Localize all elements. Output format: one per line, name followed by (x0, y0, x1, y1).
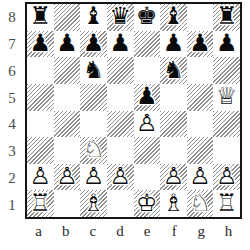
white-bishop-f1: ♝♗ (160, 190, 187, 217)
square-b8 (54, 4, 81, 31)
chess-board: ♜♜♝♝♛♛♚♚♝♝♜♜♟♟♟♟♟♟♟♟♟♟♟♟♟♟♞♞♞♞♟♟♛♕♟♙♞♘♟♙… (25, 2, 242, 219)
square-e2 (134, 164, 161, 191)
square-d4 (107, 111, 134, 138)
black-rook-glyph: ♜ (30, 4, 52, 28)
file-label-f: f (161, 221, 188, 241)
square-h6 (213, 57, 240, 84)
white-queen-glyph: ♕ (216, 84, 238, 108)
white-pawn-glyph: ♙ (163, 164, 185, 188)
white-rook-glyph: ♖ (30, 191, 52, 215)
square-b3 (54, 137, 81, 164)
rank-label-4: 4 (0, 112, 24, 139)
square-d3 (107, 137, 134, 164)
file-label-c: c (79, 221, 106, 241)
square-h4 (213, 111, 240, 138)
black-knight-f6: ♞♞ (160, 57, 187, 84)
white-pawn-d2: ♟♙ (107, 164, 134, 191)
white-pawn-glyph: ♙ (216, 164, 238, 188)
white-pawn-glyph: ♙ (83, 164, 105, 188)
square-a5 (27, 84, 54, 111)
black-knight-glyph: ♞ (163, 58, 185, 82)
black-pawn-h7: ♟♟ (213, 31, 240, 58)
square-h2: ♟♙ (213, 164, 240, 191)
black-rook-h8: ♜♜ (213, 4, 240, 31)
file-label-h: h (215, 221, 242, 241)
white-pawn-f2: ♟♙ (160, 164, 187, 191)
white-pawn-glyph: ♙ (56, 164, 78, 188)
white-bishop-glyph: ♗ (83, 191, 105, 215)
square-h1: ♜♖ (213, 190, 240, 217)
square-e4: ♟♙ (134, 111, 161, 138)
square-c3: ♞♘ (80, 137, 107, 164)
white-pawn-e4: ♟♙ (134, 111, 161, 138)
white-king-e1: ♚♔ (134, 190, 161, 217)
square-c5 (80, 84, 107, 111)
white-pawn-h2: ♟♙ (213, 164, 240, 191)
chess-diagram: 87654321 ♜♜♝♝♛♛♚♚♝♝♜♜♟♟♟♟♟♟♟♟♟♟♟♟♟♟♞♞♞♞♟… (0, 0, 250, 250)
black-queen-d8: ♛♛ (107, 4, 134, 31)
square-b6 (54, 57, 81, 84)
black-bishop-glyph: ♝ (83, 4, 105, 28)
square-g7: ♟♟ (187, 31, 214, 58)
white-pawn-glyph: ♙ (109, 164, 131, 188)
rank-labels: 87654321 (0, 4, 24, 219)
white-pawn-g2: ♟♙ (187, 164, 214, 191)
square-e1: ♚♔ (134, 190, 161, 217)
white-knight-g1: ♞♘ (187, 190, 214, 217)
square-c7: ♟♟ (80, 31, 107, 58)
black-pawn-b7: ♟♟ (54, 31, 81, 58)
square-b5 (54, 84, 81, 111)
black-pawn-g7: ♟♟ (187, 31, 214, 58)
file-label-a: a (25, 221, 52, 241)
square-b7: ♟♟ (54, 31, 81, 58)
square-g6 (187, 57, 214, 84)
square-b2: ♟♙ (54, 164, 81, 191)
black-pawn-a7: ♟♟ (27, 31, 54, 58)
square-e7 (134, 31, 161, 58)
square-a1: ♜♖ (27, 190, 54, 217)
square-a3 (27, 137, 54, 164)
square-h5: ♛♕ (213, 84, 240, 111)
black-pawn-f7: ♟♟ (160, 31, 187, 58)
square-d7: ♟♟ (107, 31, 134, 58)
square-c4 (80, 111, 107, 138)
rank-label-5: 5 (0, 85, 24, 112)
square-f3 (160, 137, 187, 164)
square-b4 (54, 111, 81, 138)
black-knight-c6: ♞♞ (80, 57, 107, 84)
square-f5 (160, 84, 187, 111)
black-knight-glyph: ♞ (83, 58, 105, 82)
square-h7: ♟♟ (213, 31, 240, 58)
square-a8: ♜♜ (27, 4, 54, 31)
square-c8: ♝♝ (80, 4, 107, 31)
square-f7: ♟♟ (160, 31, 187, 58)
square-a2: ♟♙ (27, 164, 54, 191)
white-pawn-glyph: ♙ (136, 111, 158, 135)
white-knight-glyph: ♘ (83, 137, 105, 161)
white-bishop-c1: ♝♗ (80, 190, 107, 217)
file-label-e: e (134, 221, 161, 241)
file-labels: abcdefgh (25, 221, 242, 241)
white-rook-glyph: ♖ (216, 191, 238, 215)
black-pawn-glyph: ♟ (189, 31, 211, 55)
square-e8: ♚♚ (134, 4, 161, 31)
black-pawn-c7: ♟♟ (80, 31, 107, 58)
white-knight-c3: ♞♘ (80, 137, 107, 164)
black-pawn-glyph: ♟ (216, 31, 238, 55)
rank-label-6: 6 (0, 58, 24, 85)
white-king-glyph: ♔ (136, 191, 158, 215)
black-pawn-glyph: ♟ (163, 31, 185, 55)
white-pawn-c2: ♟♙ (80, 164, 107, 191)
rank-label-2: 2 (0, 165, 24, 192)
square-g5 (187, 84, 214, 111)
square-e6 (134, 57, 161, 84)
white-pawn-glyph: ♙ (189, 164, 211, 188)
black-pawn-glyph: ♟ (56, 31, 78, 55)
black-pawn-glyph: ♟ (83, 31, 105, 55)
square-d2: ♟♙ (107, 164, 134, 191)
square-a6 (27, 57, 54, 84)
rank-label-3: 3 (0, 138, 24, 165)
black-bishop-f8: ♝♝ (160, 4, 187, 31)
black-pawn-e5: ♟♟ (134, 84, 161, 111)
square-c1: ♝♗ (80, 190, 107, 217)
white-bishop-glyph: ♗ (163, 191, 185, 215)
black-queen-glyph: ♛ (109, 4, 131, 28)
black-rook-a8: ♜♜ (27, 4, 54, 31)
white-pawn-b2: ♟♙ (54, 164, 81, 191)
square-g3 (187, 137, 214, 164)
square-d8: ♛♛ (107, 4, 134, 31)
square-d6 (107, 57, 134, 84)
black-pawn-glyph: ♟ (30, 31, 52, 55)
square-h3 (213, 137, 240, 164)
file-label-g: g (188, 221, 215, 241)
black-bishop-glyph: ♝ (163, 4, 185, 28)
black-pawn-glyph: ♟ (109, 31, 131, 55)
black-pawn-d7: ♟♟ (107, 31, 134, 58)
black-rook-glyph: ♜ (216, 4, 238, 28)
square-f6: ♞♞ (160, 57, 187, 84)
square-g1: ♞♘ (187, 190, 214, 217)
file-label-d: d (106, 221, 133, 241)
rank-label-1: 1 (0, 192, 24, 219)
white-pawn-glyph: ♙ (30, 164, 52, 188)
square-e3 (134, 137, 161, 164)
square-f1: ♝♗ (160, 190, 187, 217)
square-g4 (187, 111, 214, 138)
square-f4 (160, 111, 187, 138)
square-a4 (27, 111, 54, 138)
white-rook-a1: ♜♖ (27, 190, 54, 217)
file-label-b: b (52, 221, 79, 241)
square-c6: ♞♞ (80, 57, 107, 84)
square-b1 (54, 190, 81, 217)
square-d1 (107, 190, 134, 217)
square-c2: ♟♙ (80, 164, 107, 191)
white-knight-glyph: ♘ (189, 191, 211, 215)
square-a7: ♟♟ (27, 31, 54, 58)
white-queen-h5: ♛♕ (213, 84, 240, 111)
white-rook-h1: ♜♖ (213, 190, 240, 217)
black-king-e8: ♚♚ (134, 4, 161, 31)
black-king-glyph: ♚ (136, 4, 158, 28)
square-f2: ♟♙ (160, 164, 187, 191)
square-g8 (187, 4, 214, 31)
square-e5: ♟♟ (134, 84, 161, 111)
black-pawn-glyph: ♟ (136, 84, 158, 108)
rank-label-7: 7 (0, 31, 24, 58)
black-bishop-c8: ♝♝ (80, 4, 107, 31)
square-d5 (107, 84, 134, 111)
square-h8: ♜♜ (213, 4, 240, 31)
square-f8: ♝♝ (160, 4, 187, 31)
square-g2: ♟♙ (187, 164, 214, 191)
rank-label-8: 8 (0, 4, 24, 31)
white-pawn-a2: ♟♙ (27, 164, 54, 191)
